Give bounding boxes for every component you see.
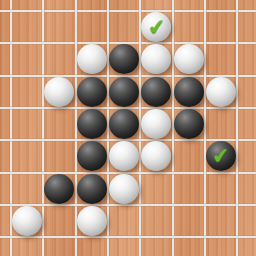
- board-cell[interactable]: [206, 174, 238, 206]
- white-stone: [77, 44, 107, 74]
- board-cell[interactable]: [141, 206, 173, 238]
- black-stone: [109, 77, 139, 107]
- board-cell[interactable]: [174, 12, 206, 44]
- board-cell[interactable]: [206, 44, 238, 76]
- board-cell[interactable]: [174, 141, 206, 173]
- black-stone: [174, 77, 204, 107]
- white-stone: [44, 77, 74, 107]
- board-cell[interactable]: [12, 12, 44, 44]
- black-stone: [77, 77, 107, 107]
- game-board[interactable]: ✔✔: [0, 0, 256, 256]
- white-stone: [206, 77, 236, 107]
- board-cell[interactable]: [44, 109, 76, 141]
- board-cell[interactable]: [12, 174, 44, 206]
- board-cell[interactable]: [44, 206, 76, 238]
- black-stone: [141, 77, 171, 107]
- black-stone: [77, 141, 107, 171]
- board-cell[interactable]: [44, 12, 76, 44]
- board-cell[interactable]: [206, 206, 238, 238]
- board-cell[interactable]: [12, 44, 44, 76]
- last-move-check-icon: ✔: [211, 145, 231, 168]
- black-stone: [44, 174, 74, 204]
- board-cell[interactable]: [206, 109, 238, 141]
- black-stone: [109, 109, 139, 139]
- board-cell[interactable]: [44, 44, 76, 76]
- board-cell[interactable]: [174, 174, 206, 206]
- black-stone: [77, 174, 107, 204]
- board-cell[interactable]: [141, 174, 173, 206]
- board-cell[interactable]: [44, 141, 76, 173]
- last-move-check-icon: ✔: [146, 16, 166, 39]
- white-stone: [12, 206, 42, 236]
- white-stone: ✔: [141, 12, 171, 42]
- white-stone: [174, 44, 204, 74]
- board-cell[interactable]: [206, 12, 238, 44]
- black-stone: [77, 109, 107, 139]
- white-stone: [77, 206, 107, 236]
- board-cell[interactable]: [77, 12, 109, 44]
- board-cell[interactable]: [109, 206, 141, 238]
- board-cell[interactable]: [12, 141, 44, 173]
- board-cell[interactable]: [109, 12, 141, 44]
- white-stone: [109, 174, 139, 204]
- board-cell[interactable]: [12, 109, 44, 141]
- board-cell[interactable]: [174, 206, 206, 238]
- black-stone: [174, 109, 204, 139]
- board-cell[interactable]: [12, 77, 44, 109]
